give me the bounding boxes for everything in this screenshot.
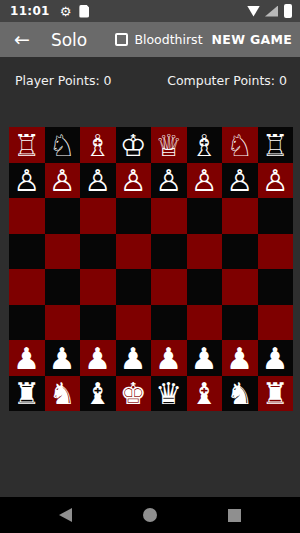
square-e2[interactable]: ♟ <box>151 340 187 376</box>
computer-piece-p-b7: ♙ <box>49 166 76 196</box>
square-f8[interactable]: ♗ <box>187 127 223 163</box>
square-d1[interactable]: ♚ <box>116 376 152 412</box>
new-game-button[interactable]: NEW GAME <box>212 32 292 47</box>
square-g1[interactable]: ♞ <box>222 376 258 412</box>
square-h3[interactable] <box>258 305 294 341</box>
computer-piece-r-a8: ♖ <box>13 131 40 161</box>
player-piece-p-f2: ♟ <box>191 344 218 374</box>
square-e1[interactable]: ♛ <box>151 376 187 412</box>
square-e5[interactable] <box>151 234 187 270</box>
square-d7[interactable]: ♙ <box>116 163 152 199</box>
square-e8[interactable]: ♕ <box>151 127 187 163</box>
square-a8[interactable]: ♖ <box>9 127 45 163</box>
square-g2[interactable]: ♟ <box>222 340 258 376</box>
square-f5[interactable] <box>187 234 223 270</box>
computer-piece-k-d8: ♔ <box>120 131 147 161</box>
square-h4[interactable] <box>258 269 294 305</box>
score-row: Player Points: 0 Computer Points: 0 <box>0 70 300 90</box>
gear-icon: ⚙ <box>60 5 72 18</box>
square-g4[interactable] <box>222 269 258 305</box>
square-c5[interactable] <box>80 234 116 270</box>
computer-piece-p-a7: ♙ <box>13 166 40 196</box>
android-nav-bar <box>0 497 300 533</box>
square-f7[interactable]: ♙ <box>187 163 223 199</box>
player-piece-p-b2: ♟ <box>49 344 76 374</box>
square-g5[interactable] <box>222 234 258 270</box>
app-screen: 11:01 ⚙ ← Solo Bloodthirst NEW GAME Play… <box>0 0 300 533</box>
square-c2[interactable]: ♟ <box>80 340 116 376</box>
nav-recents-icon[interactable] <box>228 509 241 522</box>
player-piece-p-c2: ♟ <box>84 344 111 374</box>
square-a4[interactable] <box>9 269 45 305</box>
bloodthirst-label[interactable]: Bloodthirst <box>134 32 202 47</box>
square-e7[interactable]: ♙ <box>151 163 187 199</box>
square-b3[interactable] <box>45 305 81 341</box>
player-piece-p-a2: ♟ <box>13 344 40 374</box>
square-h2[interactable]: ♟ <box>258 340 294 376</box>
computer-piece-q-e8: ♕ <box>155 131 182 161</box>
square-h8[interactable]: ♖ <box>258 127 294 163</box>
square-b8[interactable]: ♘ <box>45 127 81 163</box>
square-a3[interactable] <box>9 305 45 341</box>
square-c6[interactable] <box>80 198 116 234</box>
square-f4[interactable] <box>187 269 223 305</box>
square-c3[interactable] <box>80 305 116 341</box>
square-h1[interactable]: ♜ <box>258 376 294 412</box>
square-h5[interactable] <box>258 234 294 270</box>
square-e6[interactable] <box>151 198 187 234</box>
computer-piece-b-f8: ♗ <box>191 131 218 161</box>
square-a6[interactable] <box>9 198 45 234</box>
back-arrow-icon[interactable]: ← <box>14 30 30 49</box>
player-piece-k-d1: ♚ <box>120 379 147 409</box>
square-a5[interactable] <box>9 234 45 270</box>
player-points: Player Points: 0 <box>15 73 112 88</box>
computer-piece-p-g7: ♙ <box>226 166 253 196</box>
bloodthirst-checkbox[interactable] <box>115 33 128 46</box>
computer-piece-p-d7: ♙ <box>120 166 147 196</box>
nav-back-icon[interactable] <box>59 508 72 522</box>
square-a1[interactable]: ♜ <box>9 376 45 412</box>
square-a7[interactable]: ♙ <box>9 163 45 199</box>
computer-piece-p-h7: ♙ <box>262 166 289 196</box>
player-piece-p-e2: ♟ <box>155 344 182 374</box>
square-g7[interactable]: ♙ <box>222 163 258 199</box>
status-bar: 11:01 ⚙ <box>0 0 300 22</box>
square-b2[interactable]: ♟ <box>45 340 81 376</box>
square-f6[interactable] <box>187 198 223 234</box>
square-b5[interactable] <box>45 234 81 270</box>
square-a2[interactable]: ♟ <box>9 340 45 376</box>
square-h7[interactable]: ♙ <box>258 163 294 199</box>
square-g6[interactable] <box>222 198 258 234</box>
computer-piece-p-f7: ♙ <box>191 166 218 196</box>
square-b6[interactable] <box>45 198 81 234</box>
computer-points: Computer Points: 0 <box>167 73 287 88</box>
square-c8[interactable]: ♗ <box>80 127 116 163</box>
square-b4[interactable] <box>45 269 81 305</box>
player-piece-b-c1: ♝ <box>84 379 111 409</box>
player-piece-q-e1: ♛ <box>155 379 182 409</box>
square-f3[interactable] <box>187 305 223 341</box>
clock: 11:01 <box>10 4 50 18</box>
app-bar: ← Solo Bloodthirst NEW GAME <box>0 22 300 57</box>
player-piece-p-h2: ♟ <box>262 344 289 374</box>
square-d5[interactable] <box>116 234 152 270</box>
square-g8[interactable]: ♘ <box>222 127 258 163</box>
square-b1[interactable]: ♞ <box>45 376 81 412</box>
square-d6[interactable] <box>116 198 152 234</box>
player-piece-n-b1: ♞ <box>49 379 76 409</box>
player-piece-n-g1: ♞ <box>226 379 253 409</box>
square-e4[interactable] <box>151 269 187 305</box>
square-h6[interactable] <box>258 198 294 234</box>
computer-piece-p-c7: ♙ <box>84 166 111 196</box>
player-piece-p-g2: ♟ <box>226 344 253 374</box>
square-c4[interactable] <box>80 269 116 305</box>
signal-icon <box>265 6 278 17</box>
player-piece-r-a1: ♜ <box>13 379 40 409</box>
nav-home-icon[interactable] <box>143 508 157 522</box>
square-d4[interactable] <box>116 269 152 305</box>
battery-icon <box>284 4 292 18</box>
computer-piece-r-h8: ♖ <box>262 131 289 161</box>
square-e3[interactable] <box>151 305 187 341</box>
computer-piece-p-e7: ♙ <box>155 166 182 196</box>
document-icon <box>79 5 89 18</box>
wifi-icon <box>247 6 260 17</box>
chess-board: ♖♘♗♔♕♗♘♖♙♙♙♙♙♙♙♙♟♟♟♟♟♟♟♟♜♞♝♚♛♝♞♜ <box>9 127 293 411</box>
square-d3[interactable] <box>116 305 152 341</box>
square-b7[interactable]: ♙ <box>45 163 81 199</box>
square-f2[interactable]: ♟ <box>187 340 223 376</box>
square-c7[interactable]: ♙ <box>80 163 116 199</box>
computer-piece-n-g8: ♘ <box>226 131 253 161</box>
computer-piece-n-b8: ♘ <box>49 131 76 161</box>
player-piece-b-f1: ♝ <box>191 379 218 409</box>
square-g3[interactable] <box>222 305 258 341</box>
square-d8[interactable]: ♔ <box>116 127 152 163</box>
square-d2[interactable]: ♟ <box>116 340 152 376</box>
page-title: Solo <box>51 30 87 50</box>
square-c1[interactable]: ♝ <box>80 376 116 412</box>
square-f1[interactable]: ♝ <box>187 376 223 412</box>
computer-piece-b-c8: ♗ <box>84 131 111 161</box>
player-piece-r-h1: ♜ <box>262 379 289 409</box>
player-piece-p-d2: ♟ <box>120 344 147 374</box>
